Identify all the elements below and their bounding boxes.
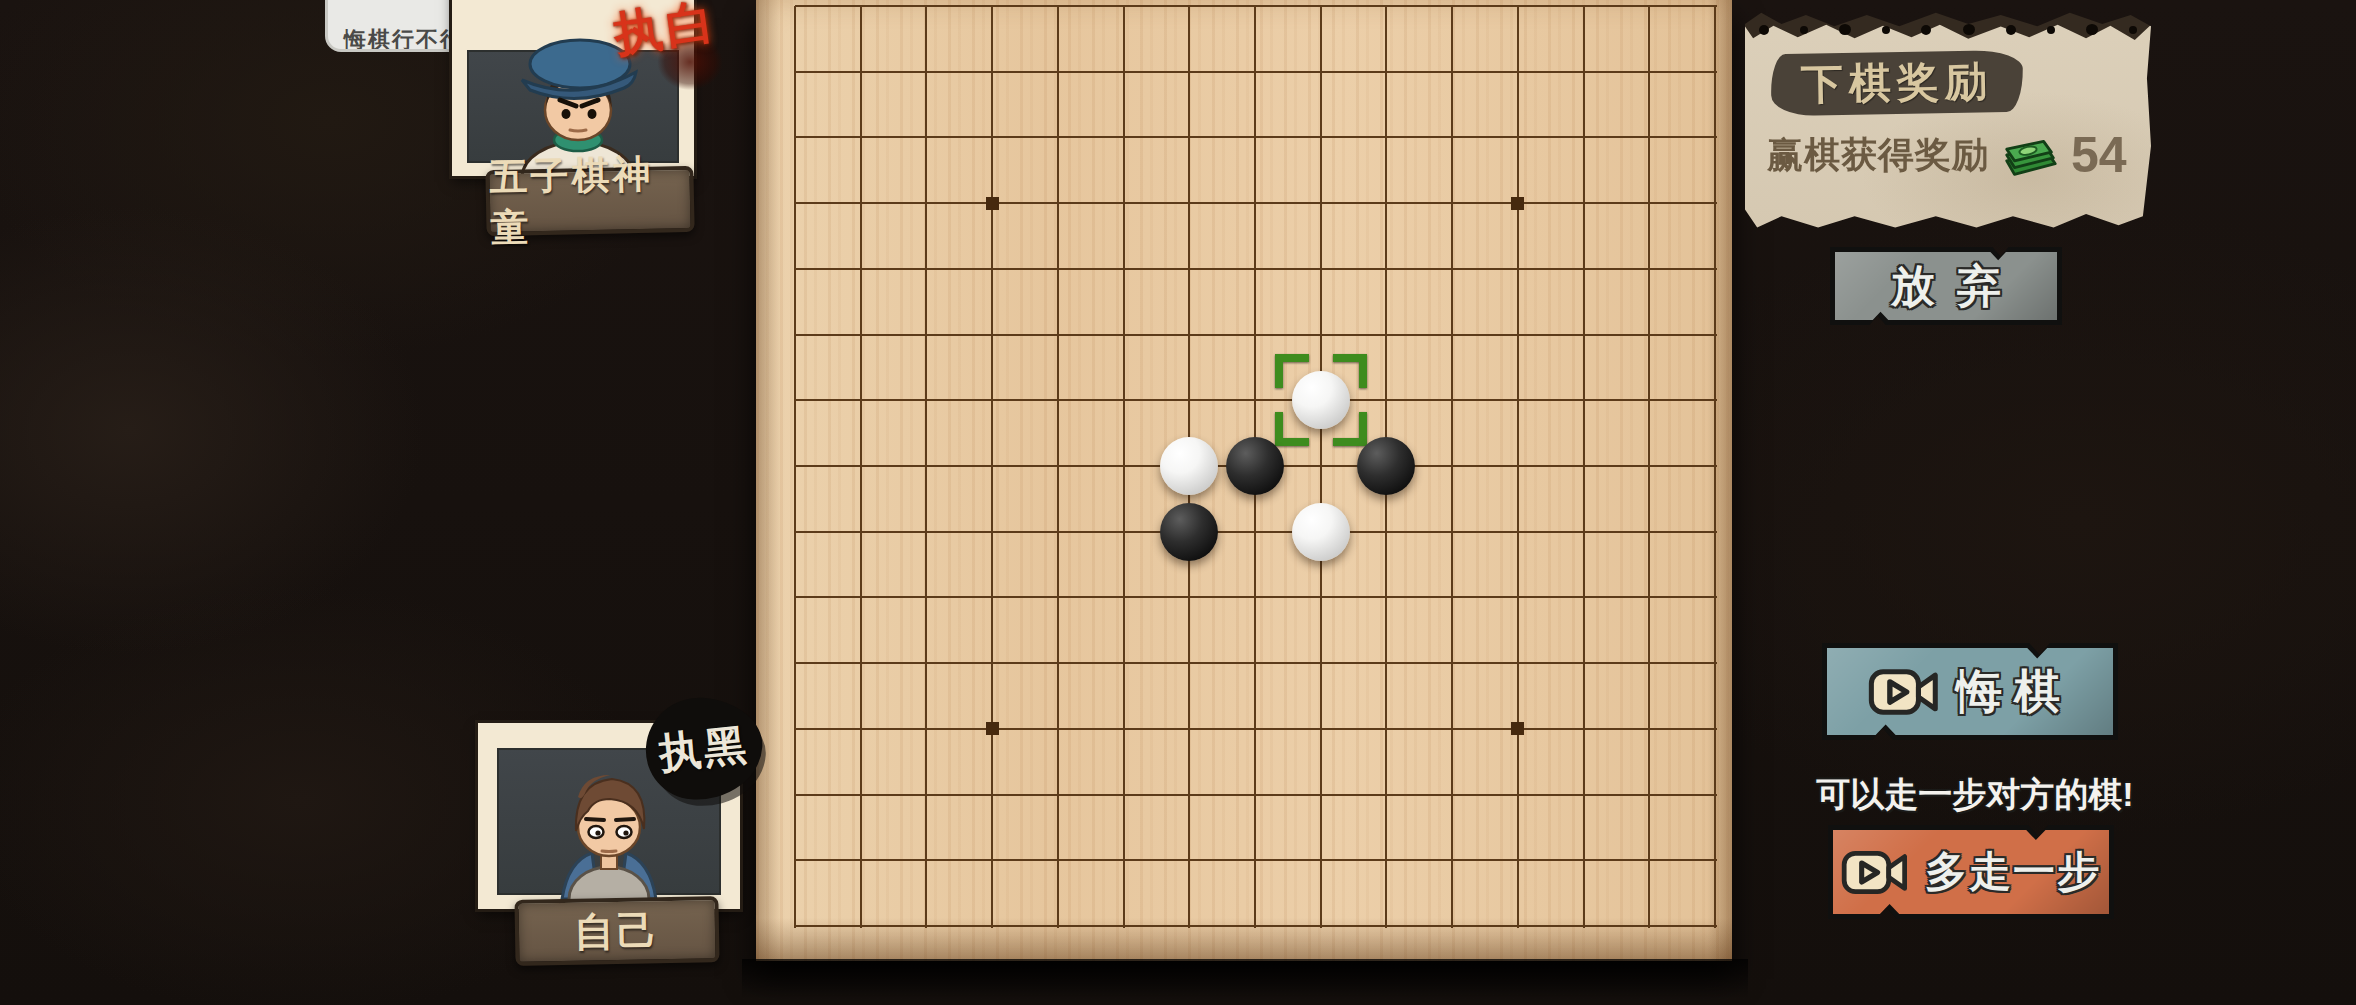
undo-label: 悔棋 (1956, 661, 2072, 723)
board-grid-line (1123, 6, 1125, 928)
stone-white (1160, 437, 1218, 495)
ad-video-icon (1841, 847, 1911, 898)
reward-panel-holes (1759, 24, 2137, 35)
reward-line: 赢棋获得奖励 54 (1767, 126, 2129, 184)
gomoku-board[interactable] (756, 0, 1732, 961)
board-grid-line (1648, 6, 1650, 928)
board-grid-line (1517, 6, 1519, 928)
opponent-speech-text: 悔棋行不行 (344, 25, 464, 52)
last-move-marker (1275, 354, 1367, 446)
board-grid-line (795, 202, 1717, 204)
opponent-name-plate: 五子棋神童 (485, 166, 694, 236)
board-star-point (1511, 722, 1524, 735)
board-grid-line (795, 596, 1717, 598)
undo-button[interactable]: 悔棋 (1822, 643, 2118, 740)
give-up-button[interactable]: 放弃 (1830, 247, 2062, 325)
cash-stack-icon (1999, 131, 2061, 179)
board-grid-line (860, 6, 862, 928)
stone-black (1226, 437, 1284, 495)
player-side-badge: 执黑 (656, 716, 751, 781)
board-grid-line (795, 268, 1717, 270)
extra-move-tip: 可以走一步对方的棋! (1800, 772, 2150, 818)
board-grid-line (1451, 6, 1453, 928)
board-grid-line (795, 662, 1717, 664)
ad-video-icon (1868, 665, 1942, 719)
board-grid-line (795, 531, 1717, 533)
board-grid-line (795, 925, 1717, 927)
reward-title: 下棋奖励 (1801, 53, 1994, 112)
board-grid-line (795, 136, 1717, 138)
board-grid-line (795, 399, 1717, 401)
board-star-point (986, 197, 999, 210)
stone-white (1292, 503, 1350, 561)
board-grid-line (1583, 6, 1585, 928)
stone-black (1357, 437, 1415, 495)
board-grid-line (1057, 6, 1059, 928)
reward-amount: 54 (2071, 126, 2127, 184)
player-name-plate: 自己 (514, 896, 719, 966)
stone-black (1160, 503, 1218, 561)
board-star-point (986, 722, 999, 735)
board-shadow (742, 959, 1748, 999)
board-star-point (1511, 197, 1524, 210)
extra-move-button[interactable]: 多走一步 (1828, 825, 2114, 919)
give-up-label: 放弃 (1869, 257, 2023, 316)
board-grid-line (795, 859, 1717, 861)
reward-panel: 下棋奖励 赢棋获得奖励 54 (1745, 6, 2151, 232)
board-grid-line (795, 5, 1717, 7)
board-grid-line (795, 728, 1717, 730)
board-grid-line (1320, 6, 1322, 928)
player-name: 自己 (574, 903, 661, 959)
board-grid-line (795, 334, 1717, 336)
board-grid-line (1714, 6, 1716, 928)
extra-move-label: 多走一步 (1925, 844, 2101, 900)
stone-white (1292, 371, 1350, 429)
board-grid-line (991, 6, 993, 928)
game-screen: 悔棋行不行 执白 五子棋神童 (0, 0, 2356, 1005)
board-grid-line (925, 6, 927, 928)
board-grid-line (795, 794, 1717, 796)
reward-title-brush: 下棋奖励 (1770, 50, 2023, 116)
board-grid-line (794, 6, 796, 928)
reward-label: 赢棋获得奖励 (1767, 131, 1989, 180)
board-grid-line (795, 71, 1717, 73)
opponent-name: 五子棋神童 (489, 148, 691, 254)
